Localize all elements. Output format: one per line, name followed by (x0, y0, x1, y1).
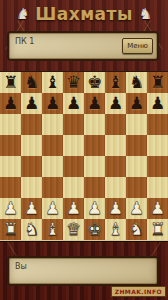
board-square[interactable]: ♚ (84, 72, 105, 93)
board-square[interactable]: ♝ (42, 72, 63, 93)
board-square[interactable]: ♛ (63, 219, 84, 240)
board-square[interactable] (126, 156, 147, 177)
board-square[interactable] (42, 156, 63, 177)
menu-button[interactable]: Меню (122, 38, 153, 54)
board-square[interactable] (63, 114, 84, 135)
chess-piece-bn: ♞ (24, 72, 39, 93)
board-square[interactable]: ♜ (0, 72, 21, 93)
board-square[interactable] (105, 156, 126, 177)
chess-piece-wp: ♟ (87, 198, 102, 219)
chess-piece-wr: ♜ (150, 219, 165, 240)
board-square[interactable]: ♟ (84, 93, 105, 114)
board-square[interactable]: ♜ (147, 219, 168, 240)
board-square[interactable] (84, 177, 105, 198)
board-square[interactable] (126, 135, 147, 156)
board-square[interactable]: ♟ (63, 198, 84, 219)
knight-icon-left: ♞ (16, 7, 29, 22)
chess-piece-br: ♜ (3, 72, 18, 93)
board-square[interactable]: ♟ (105, 198, 126, 219)
chess-piece-bp: ♟ (150, 93, 165, 114)
board-square[interactable] (84, 135, 105, 156)
board-square[interactable] (84, 114, 105, 135)
watermark-badge: ZHMAK.INFO (111, 286, 166, 297)
chess-piece-wp: ♟ (129, 198, 144, 219)
opponent-panel: ПК 1 Меню (7, 31, 159, 61)
board-square[interactable] (0, 135, 21, 156)
board-square[interactable] (21, 156, 42, 177)
chess-piece-wr: ♜ (3, 219, 18, 240)
chess-piece-bp: ♟ (3, 93, 18, 114)
board-square[interactable]: ♞ (126, 72, 147, 93)
board-square[interactable] (42, 135, 63, 156)
chess-piece-wp: ♟ (45, 198, 60, 219)
player-panel: Вы (7, 256, 159, 286)
chess-piece-wn: ♞ (129, 219, 144, 240)
chess-piece-bn: ♞ (129, 72, 144, 93)
board-square[interactable]: ♚ (84, 219, 105, 240)
chess-piece-bp: ♟ (129, 93, 144, 114)
board-square[interactable]: ♟ (126, 93, 147, 114)
app-title: Шахматы (35, 4, 133, 24)
board-square[interactable]: ♟ (0, 198, 21, 219)
chess-piece-wn: ♞ (24, 219, 39, 240)
chess-piece-bp: ♟ (45, 93, 60, 114)
board-square[interactable] (84, 156, 105, 177)
board-square[interactable] (63, 135, 84, 156)
board-square[interactable] (21, 177, 42, 198)
board-square[interactable]: ♟ (63, 93, 84, 114)
board-square[interactable] (21, 114, 42, 135)
chess-piece-bp: ♟ (66, 93, 81, 114)
board-square[interactable]: ♟ (105, 93, 126, 114)
chess-piece-wp: ♟ (66, 198, 81, 219)
board-square[interactable] (21, 135, 42, 156)
board-square[interactable]: ♟ (42, 198, 63, 219)
board-square[interactable] (105, 135, 126, 156)
chess-piece-bp: ♟ (24, 93, 39, 114)
board-square[interactable]: ♞ (21, 219, 42, 240)
board-square[interactable] (63, 156, 84, 177)
chess-piece-bp: ♟ (108, 93, 123, 114)
board-square[interactable] (0, 114, 21, 135)
board-square[interactable]: ♛ (63, 72, 84, 93)
board-square[interactable]: ♝ (105, 72, 126, 93)
chess-piece-wq: ♛ (66, 219, 81, 240)
board-square[interactable]: ♝ (105, 219, 126, 240)
chess-piece-wp: ♟ (3, 198, 18, 219)
chess-piece-bb: ♝ (45, 72, 60, 93)
app-screen: ♞ Шахматы ♞ ПК 1 Меню ♜♞♝♛♚♝♞♜♟♟♟♟♟♟♟♟♟♟… (0, 0, 168, 300)
board-square[interactable]: ♟ (84, 198, 105, 219)
chess-piece-wb: ♝ (108, 219, 123, 240)
board-square[interactable]: ♟ (21, 93, 42, 114)
board-square[interactable] (147, 114, 168, 135)
board-square[interactable]: ♟ (0, 93, 21, 114)
board-square[interactable] (63, 177, 84, 198)
board-square[interactable] (42, 177, 63, 198)
chess-board[interactable]: ♜♞♝♛♚♝♞♜♟♟♟♟♟♟♟♟♟♟♟♟♟♟♟♟♜♞♝♛♚♝♞♜ (0, 71, 168, 241)
board-square[interactable]: ♝ (42, 219, 63, 240)
board-square[interactable] (147, 156, 168, 177)
board-square[interactable]: ♟ (126, 198, 147, 219)
board-square[interactable] (42, 114, 63, 135)
opponent-name: ПК 1 (15, 37, 34, 46)
board-square[interactable] (0, 177, 21, 198)
chess-piece-bp: ♟ (87, 93, 102, 114)
chess-piece-wp: ♟ (150, 198, 165, 219)
board-square[interactable] (126, 177, 147, 198)
chess-piece-wb: ♝ (45, 219, 60, 240)
board-square[interactable]: ♟ (21, 198, 42, 219)
board-square[interactable] (147, 177, 168, 198)
board-square[interactable]: ♟ (147, 198, 168, 219)
board-square[interactable]: ♟ (42, 93, 63, 114)
chess-piece-bb: ♝ (108, 72, 123, 93)
player-name: Вы (15, 262, 27, 271)
chess-piece-bq: ♛ (66, 72, 81, 93)
chess-piece-wk: ♚ (87, 219, 102, 240)
board-square[interactable] (105, 114, 126, 135)
board-square[interactable] (0, 156, 21, 177)
knight-icon-right: ♞ (139, 7, 152, 22)
board-square[interactable]: ♟ (147, 93, 168, 114)
chess-piece-wp: ♟ (108, 198, 123, 219)
chess-piece-br: ♜ (150, 72, 165, 93)
chess-piece-wp: ♟ (24, 198, 39, 219)
chess-piece-bk: ♚ (87, 72, 102, 93)
board-square[interactable]: ♜ (0, 219, 21, 240)
board-square[interactable] (126, 114, 147, 135)
title-bar: ♞ Шахматы ♞ (0, 0, 168, 28)
board-square[interactable]: ♜ (147, 72, 168, 93)
board-square[interactable] (147, 135, 168, 156)
board-square[interactable]: ♞ (21, 72, 42, 93)
board-square[interactable] (105, 177, 126, 198)
board-square[interactable]: ♞ (126, 219, 147, 240)
